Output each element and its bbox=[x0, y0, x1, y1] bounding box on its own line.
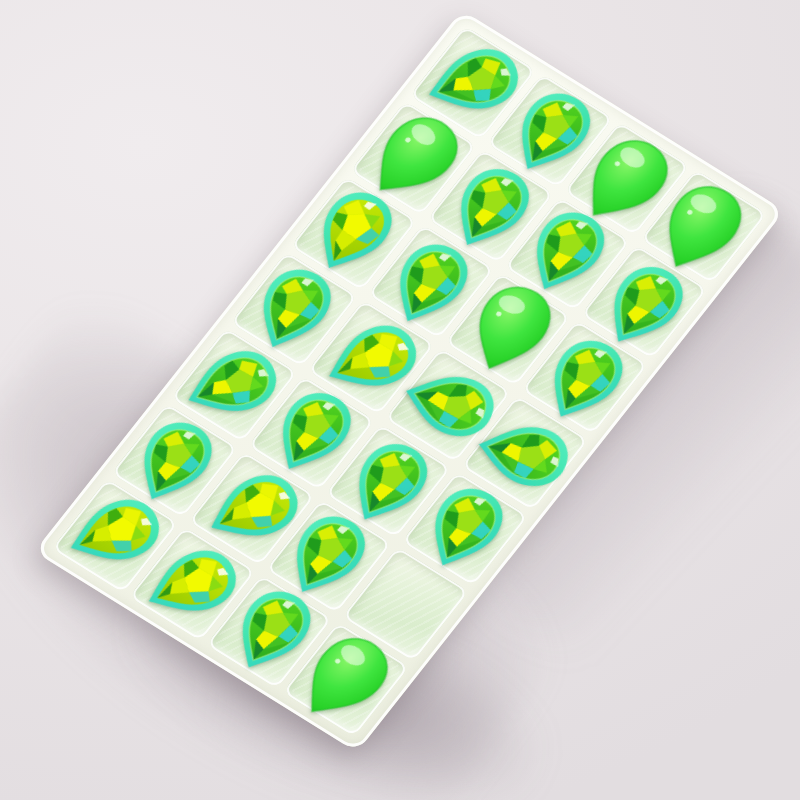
photo-scene bbox=[0, 0, 800, 800]
